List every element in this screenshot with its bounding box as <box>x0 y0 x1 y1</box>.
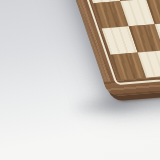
chessboard <box>28 0 160 97</box>
product-photo-scene <box>0 0 160 160</box>
board-squares-grid <box>49 0 160 80</box>
